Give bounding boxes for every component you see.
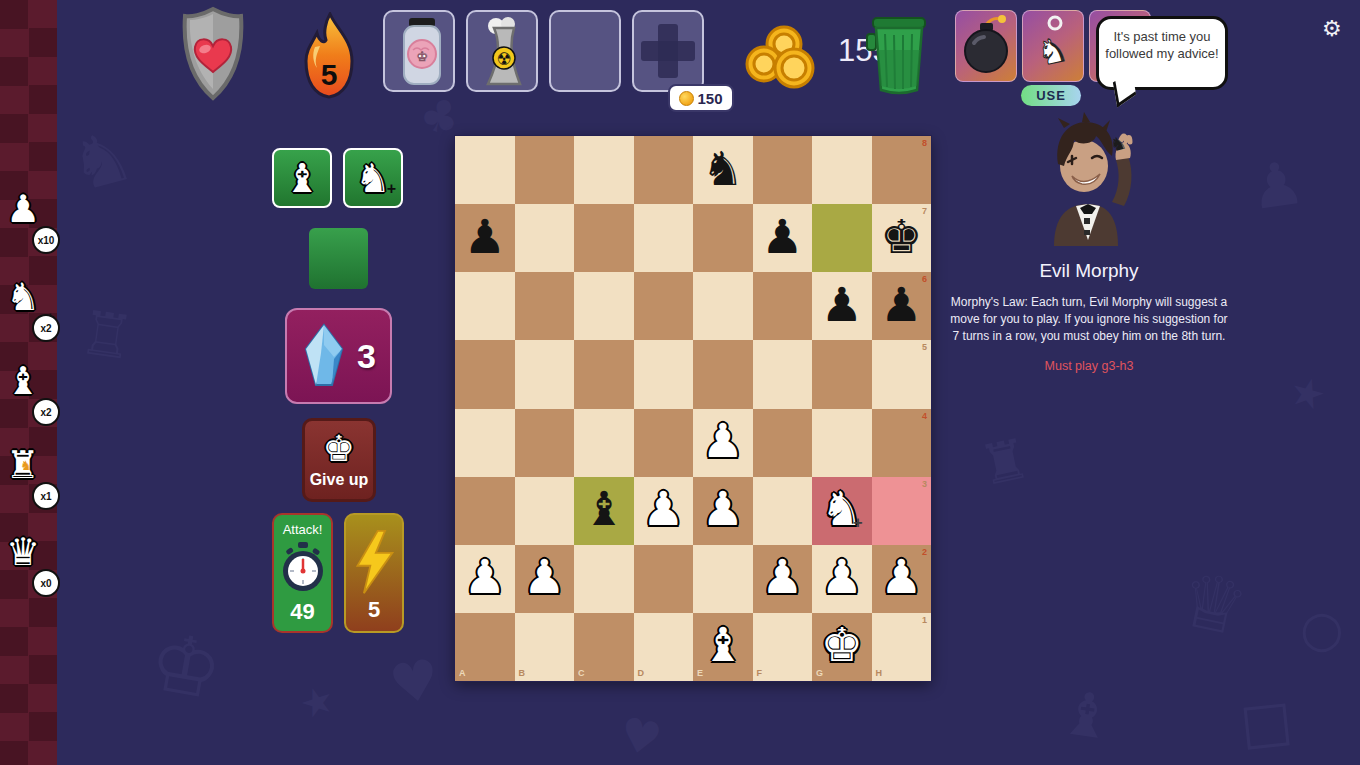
white-pawn-piece: ♟ bbox=[464, 553, 506, 600]
file-label-d: D bbox=[638, 669, 645, 678]
reserve-pawn[interactable]: ♟x10 bbox=[4, 190, 56, 250]
square-a8[interactable] bbox=[455, 136, 515, 204]
background-doodle: ♖ bbox=[75, 297, 138, 374]
file-label-e: E bbox=[697, 669, 703, 678]
square-f7[interactable]: ♟ bbox=[753, 204, 813, 272]
plus-marker: + bbox=[387, 180, 396, 198]
white-pawn-icon: ♟ bbox=[6, 190, 40, 228]
game-screen: ♞♔♥♖★♟♕♜○♣★♝♥□ ♟x10♞+x2♝x2♜♞x1♛x0 5 bbox=[0, 0, 1360, 765]
slot-cost-badge: 150 bbox=[668, 84, 734, 112]
use-button-label: USE bbox=[1036, 88, 1066, 103]
square-e6[interactable] bbox=[693, 272, 753, 340]
file-label-b: B bbox=[519, 669, 526, 678]
background-doodle: ★ bbox=[294, 676, 340, 728]
square-g4[interactable] bbox=[812, 409, 872, 477]
square-f4[interactable] bbox=[753, 409, 813, 477]
health-shield bbox=[180, 6, 246, 102]
square-d6[interactable] bbox=[634, 272, 694, 340]
reserve-count-badge: x10 bbox=[32, 226, 60, 254]
attack-count: 49 bbox=[290, 599, 314, 625]
rook-knight-marker-icon: ♞ bbox=[20, 458, 32, 473]
rank-label-2: 2 bbox=[922, 548, 927, 557]
square-c6[interactable] bbox=[574, 272, 634, 340]
bomb-icon bbox=[956, 11, 1016, 81]
brain-in-jar-icon: ♚ bbox=[387, 14, 455, 92]
reserve-count-badge: x2 bbox=[32, 314, 60, 342]
item-slot-buy[interactable] bbox=[632, 10, 704, 92]
square-h4[interactable]: 4 bbox=[872, 409, 932, 477]
square-c5[interactable] bbox=[574, 340, 634, 408]
plus-icon bbox=[641, 24, 695, 78]
attack-label: Attack! bbox=[283, 522, 323, 537]
square-d2[interactable] bbox=[634, 545, 694, 613]
square-a2[interactable]: ♟ bbox=[455, 545, 515, 613]
white-king-piece: ♚ bbox=[821, 621, 863, 668]
reserve-bishop[interactable]: ♝x2 bbox=[4, 362, 56, 422]
energy-card: 5 bbox=[344, 513, 404, 633]
background-doodle: ♕ bbox=[1172, 554, 1256, 654]
white-pawn-piece: ♟ bbox=[880, 553, 922, 600]
give-up-label: Give up bbox=[310, 471, 369, 489]
speech-bubble: It's past time you followed my advice! bbox=[1096, 16, 1228, 90]
square-a7[interactable]: ♟ bbox=[455, 204, 515, 272]
knight-upgrade-marker: + bbox=[853, 514, 862, 532]
reserve-knight[interactable]: ♞+x2 bbox=[4, 278, 56, 338]
reserve-queen[interactable]: ♛x0 bbox=[4, 533, 56, 593]
character-name: Evil Morphy bbox=[945, 260, 1233, 282]
white-king-icon: ♚ bbox=[323, 431, 355, 467]
square-c4[interactable] bbox=[574, 409, 634, 477]
card-bomb[interactable] bbox=[955, 10, 1017, 82]
square-e8[interactable]: ♞ bbox=[693, 136, 753, 204]
square-e7[interactable] bbox=[693, 204, 753, 272]
square-b2[interactable]: ♟ bbox=[515, 545, 575, 613]
square-b7[interactable] bbox=[515, 204, 575, 272]
square-h3[interactable]: 3 bbox=[872, 477, 932, 545]
character-panel: ♞ Evil Morphy Morphy's Law: Each turn, E… bbox=[945, 110, 1233, 373]
flame-count: 5 bbox=[300, 58, 358, 92]
knight-plus-button[interactable]: ♞ + bbox=[343, 148, 403, 208]
item-slot-brain-jar[interactable]: ♚ bbox=[383, 10, 455, 92]
speech-bubble-tail bbox=[1113, 69, 1136, 107]
attack-timer-card: Attack! 49 bbox=[272, 513, 333, 633]
gem-button[interactable]: 3 bbox=[285, 308, 392, 404]
square-f5[interactable] bbox=[753, 340, 813, 408]
square-d8[interactable] bbox=[634, 136, 694, 204]
coins-icon bbox=[742, 24, 832, 90]
square-e1[interactable]: ♝E bbox=[693, 613, 753, 681]
square-a3[interactable] bbox=[455, 477, 515, 545]
must-play-text: Must play g3-h3 bbox=[945, 359, 1233, 373]
energy-count: 5 bbox=[368, 597, 380, 623]
white-bishop-piece: ♝ bbox=[702, 621, 744, 668]
use-button[interactable]: USE bbox=[1021, 85, 1081, 106]
item-slot-nuclear-plant[interactable]: ☢ bbox=[466, 10, 538, 92]
reserve-count-badge: x2 bbox=[32, 398, 60, 426]
white-knight-icon: ♞ bbox=[6, 278, 40, 316]
white-pawn-piece: ♟ bbox=[702, 417, 744, 464]
give-up-button[interactable]: ♚ Give up bbox=[302, 418, 376, 502]
square-e2[interactable] bbox=[693, 545, 753, 613]
square-h6[interactable]: ♟6 bbox=[872, 272, 932, 340]
square-b3[interactable] bbox=[515, 477, 575, 545]
reserve-count-badge: x1 bbox=[32, 482, 60, 510]
black-pawn-piece: ♟ bbox=[821, 281, 863, 328]
character-description: Morphy's Law: Each turn, Evil Morphy wil… bbox=[945, 294, 1233, 345]
square-a6[interactable] bbox=[455, 272, 515, 340]
reserve-count-badge: x0 bbox=[32, 569, 60, 597]
black-king-piece: ♚ bbox=[880, 213, 922, 260]
file-label-a: A bbox=[459, 669, 466, 678]
square-c1[interactable]: C bbox=[574, 613, 634, 681]
speech-bubble-text: It's past time you followed my advice! bbox=[1104, 28, 1220, 62]
item-slot-empty[interactable] bbox=[549, 10, 621, 92]
trash-button[interactable] bbox=[863, 8, 933, 98]
square-f3[interactable] bbox=[753, 477, 813, 545]
trash-can-icon bbox=[863, 8, 933, 98]
rank-label-4: 4 bbox=[922, 412, 927, 421]
white-knight-icon: ♞ bbox=[355, 158, 391, 198]
background-doodle: ♥ bbox=[615, 706, 667, 765]
square-c8[interactable] bbox=[574, 136, 634, 204]
square-f1[interactable]: F bbox=[753, 613, 813, 681]
square-g5[interactable] bbox=[812, 340, 872, 408]
square-g8[interactable] bbox=[812, 136, 872, 204]
bishop-button[interactable]: ♝ bbox=[272, 148, 332, 208]
file-label-c: C bbox=[578, 669, 585, 678]
square-h1[interactable]: 1H bbox=[872, 613, 932, 681]
square-c2[interactable] bbox=[574, 545, 634, 613]
white-pawn-piece: ♟ bbox=[761, 553, 803, 600]
background-doodle: ♜ bbox=[974, 426, 1036, 499]
black-knight-piece: ♞ bbox=[702, 145, 744, 192]
svg-text:♞: ♞ bbox=[1033, 28, 1071, 73]
square-b4[interactable] bbox=[515, 409, 575, 477]
knight-charm-icon: ♞ bbox=[1023, 11, 1083, 81]
piece-reserve-strip: ♟x10♞+x2♝x2♜♞x1♛x0 bbox=[0, 0, 57, 765]
coin-stack bbox=[742, 24, 832, 90]
square-d7[interactable] bbox=[634, 204, 694, 272]
slot-cost: 150 bbox=[697, 90, 722, 107]
square-d4[interactable] bbox=[634, 409, 694, 477]
shield-heart-icon bbox=[180, 6, 246, 102]
rank-label-7: 7 bbox=[922, 207, 927, 216]
square-g2[interactable]: ♟ bbox=[812, 545, 872, 613]
stopwatch-icon bbox=[281, 541, 325, 595]
white-pawn-piece: ♟ bbox=[642, 485, 684, 532]
square-g7[interactable] bbox=[812, 204, 872, 272]
file-label-f: F bbox=[757, 669, 763, 678]
background-doodle: □ bbox=[1237, 687, 1295, 756]
white-bishop-icon: ♝ bbox=[6, 362, 40, 400]
square-f6[interactable] bbox=[753, 272, 813, 340]
white-bishop-icon: ♝ bbox=[284, 158, 320, 198]
gem-count: 3 bbox=[357, 337, 376, 376]
background-doodle: ♞ bbox=[60, 113, 142, 208]
black-pawn-piece: ♟ bbox=[880, 281, 922, 328]
rank-label-5: 5 bbox=[922, 343, 927, 352]
square-c7[interactable] bbox=[574, 204, 634, 272]
square-h2[interactable]: ♟2 bbox=[872, 545, 932, 613]
file-label-g: G bbox=[816, 669, 823, 678]
rank-label-8: 8 bbox=[922, 139, 927, 148]
svg-text:☢: ☢ bbox=[496, 49, 511, 69]
background-doodle: ♥ bbox=[385, 646, 445, 718]
square-a5[interactable] bbox=[455, 340, 515, 408]
rank-label-6: 6 bbox=[922, 275, 927, 284]
white-pawn-piece: ♟ bbox=[702, 485, 744, 532]
square-b8[interactable] bbox=[515, 136, 575, 204]
settings-gear-icon[interactable]: ⚙ bbox=[1322, 16, 1342, 41]
square-h5[interactable]: 5 bbox=[872, 340, 932, 408]
rank-label-1: 1 bbox=[922, 616, 927, 625]
square-f2[interactable]: ♟ bbox=[753, 545, 813, 613]
reserve-rook[interactable]: ♜♞x1 bbox=[4, 446, 56, 506]
lightning-bolt-icon bbox=[348, 529, 400, 597]
flame-counter: 5 bbox=[300, 12, 358, 100]
square-f8[interactable] bbox=[753, 136, 813, 204]
empty-green-square[interactable] bbox=[309, 228, 368, 289]
square-c3[interactable]: ♝ bbox=[574, 477, 634, 545]
square-g1[interactable]: ♚G bbox=[812, 613, 872, 681]
white-pawn-piece: ♟ bbox=[523, 553, 565, 600]
background-doodle: ♟ bbox=[1245, 147, 1308, 224]
black-pawn-piece: ♟ bbox=[761, 213, 803, 260]
square-h8[interactable]: 8 bbox=[872, 136, 932, 204]
file-label-h: H bbox=[876, 669, 883, 678]
square-g3[interactable]: ♞+ bbox=[812, 477, 872, 545]
svg-text:♚: ♚ bbox=[416, 49, 428, 64]
square-g6[interactable]: ♟ bbox=[812, 272, 872, 340]
crystal-icon bbox=[301, 323, 347, 389]
evil-morphy-portrait: ♞ bbox=[1024, 110, 1154, 248]
chess-board: ♞8♟♟♚7♟♟65♟4♝♟♟♞+3♟♟♟♟♟2ABCD♝EF♚G1H bbox=[455, 136, 931, 681]
black-pawn-piece: ♟ bbox=[464, 213, 506, 260]
background-doodle: ★ bbox=[1285, 366, 1332, 420]
square-b5[interactable] bbox=[515, 340, 575, 408]
black-bishop-piece: ♝ bbox=[583, 485, 625, 532]
square-b1[interactable]: B bbox=[515, 613, 575, 681]
square-d5[interactable] bbox=[634, 340, 694, 408]
background-doodle: ○ bbox=[1300, 600, 1344, 658]
square-e3[interactable]: ♟ bbox=[693, 477, 753, 545]
card-knight-charm[interactable]: ♞ bbox=[1022, 10, 1084, 82]
square-a4[interactable] bbox=[455, 409, 515, 477]
nuclear-plant-icon: ☢ bbox=[470, 14, 538, 92]
square-b6[interactable] bbox=[515, 272, 575, 340]
background-doodle: ♔ bbox=[142, 614, 229, 718]
coin-icon bbox=[679, 91, 694, 106]
square-d3[interactable]: ♟ bbox=[634, 477, 694, 545]
white-queen-icon: ♛ bbox=[6, 533, 40, 571]
square-h7[interactable]: ♚7 bbox=[872, 204, 932, 272]
square-d1[interactable]: D bbox=[634, 613, 694, 681]
square-e5[interactable] bbox=[693, 340, 753, 408]
square-e4[interactable]: ♟ bbox=[693, 409, 753, 477]
square-a1[interactable]: A bbox=[455, 613, 515, 681]
rank-label-3: 3 bbox=[922, 480, 927, 489]
white-pawn-piece: ♟ bbox=[821, 553, 863, 600]
background-doodle: ♝ bbox=[1055, 677, 1118, 754]
